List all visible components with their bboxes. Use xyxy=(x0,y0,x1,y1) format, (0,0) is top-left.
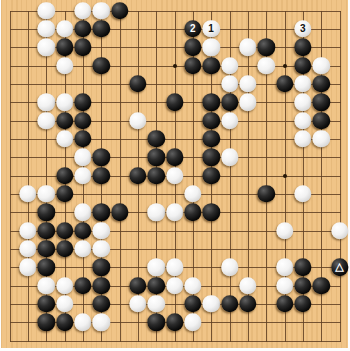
triangle-mark: △ xyxy=(335,262,343,273)
move-number-label: 1 xyxy=(208,24,214,34)
move-number-label: 3 xyxy=(300,24,306,34)
star-point xyxy=(283,174,287,178)
go-app-window: 213△ xyxy=(0,0,350,351)
star-point xyxy=(173,64,177,68)
go-board[interactable]: 213△ xyxy=(1,0,348,348)
grid-line-vertical xyxy=(340,11,341,342)
star-point xyxy=(283,64,287,68)
move-number-label: 2 xyxy=(190,24,196,34)
grid-line-horizontal xyxy=(10,341,341,342)
